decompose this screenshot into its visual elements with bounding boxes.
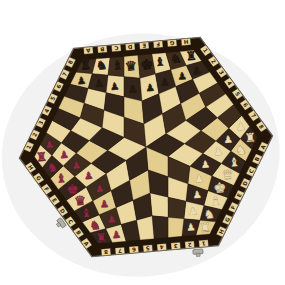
chess-piece-black-n[interactable]: ♞: [169, 52, 181, 67]
chess-piece-black-p[interactable]: ♟: [160, 75, 170, 87]
chess-piece-white-b[interactable]: ♝: [210, 194, 222, 209]
chess-piece-red-p[interactable]: ♟: [59, 148, 69, 160]
chess-piece-red-p[interactable]: ♟: [44, 138, 54, 150]
chess-piece-red-p[interactable]: ♟: [99, 197, 109, 209]
chess-piece-black-p[interactable]: ♟: [191, 64, 201, 76]
chess-piece-black-k[interactable]: ♚: [140, 56, 154, 73]
chess-piece-red-r[interactable]: ♜: [95, 231, 107, 246]
chess-piece-red-n[interactable]: ♞: [89, 218, 101, 233]
chess-piece-red-p[interactable]: ♟: [94, 182, 104, 194]
three-player-chess-board: ABCDEFGH12345678ABCDEFGH12345678ABCDEFGH…: [0, 0, 285, 285]
chess-piece-white-p[interactable]: ♟: [192, 188, 202, 200]
chess-piece-white-n[interactable]: ♞: [203, 207, 215, 222]
chess-piece-red-b[interactable]: ♝: [80, 206, 92, 221]
chess-piece-black-b[interactable]: ♝: [111, 58, 123, 73]
coordinate-label: 7: [118, 248, 123, 254]
chess-piece-black-b[interactable]: ♝: [154, 54, 166, 69]
chess-piece-white-p[interactable]: ♟: [188, 204, 198, 216]
product-photo: ABCDEFGH12345678ABCDEFGH12345678ABCDEFGH…: [0, 0, 285, 285]
chess-piece-black-r[interactable]: ♜: [185, 49, 197, 64]
chess-piece-white-p[interactable]: ♟: [223, 133, 233, 145]
chess-piece-black-p[interactable]: ♟: [177, 69, 187, 81]
chess-piece-white-p[interactable]: ♟: [213, 145, 223, 157]
chess-piece-red-p[interactable]: ♟: [106, 212, 116, 224]
coordinate-label: 4: [159, 244, 164, 250]
coordinate-label: 2: [187, 242, 192, 248]
chess-piece-black-q[interactable]: ♛: [124, 58, 137, 74]
coordinate-label: C: [114, 45, 119, 51]
chess-piece-black-p[interactable]: ♟: [127, 82, 137, 94]
coordinate-label: 8: [104, 249, 109, 255]
chess-piece-white-p[interactable]: ♟: [194, 172, 204, 184]
chess-piece-red-k[interactable]: ♚: [65, 181, 79, 198]
coordinate-label: 3: [173, 243, 178, 249]
chess-piece-red-n[interactable]: ♞: [46, 160, 58, 175]
chess-piece-white-p[interactable]: ♟: [200, 158, 210, 170]
chess-piece-white-r[interactable]: ♜: [199, 221, 211, 236]
chess-piece-red-r[interactable]: ♜: [35, 150, 47, 165]
chess-piece-red-p[interactable]: ♟: [111, 228, 121, 240]
chess-piece-white-p[interactable]: ♟: [186, 220, 196, 232]
chess-piece-black-p[interactable]: ♟: [109, 80, 119, 92]
chess-piece-white-p[interactable]: ♟: [236, 120, 246, 132]
chess-piece-black-p[interactable]: ♟: [76, 74, 86, 86]
board-cell[interactable]: [152, 214, 170, 238]
coordinate-label: B: [100, 46, 105, 52]
coordinate-label: 6: [132, 247, 137, 253]
chess-piece-black-r[interactable]: ♜: [79, 58, 91, 73]
chess-piece-black-p[interactable]: ♟: [94, 77, 104, 89]
coordinate-label: 5: [145, 245, 150, 251]
chess-piece-black-p[interactable]: ♟: [145, 81, 155, 93]
chess-piece-red-p[interactable]: ♟: [71, 158, 81, 170]
chess-piece-black-n[interactable]: ♞: [95, 58, 107, 73]
chess-piece-red-p[interactable]: ♟: [83, 169, 93, 181]
coordinate-label: 1: [201, 240, 206, 246]
